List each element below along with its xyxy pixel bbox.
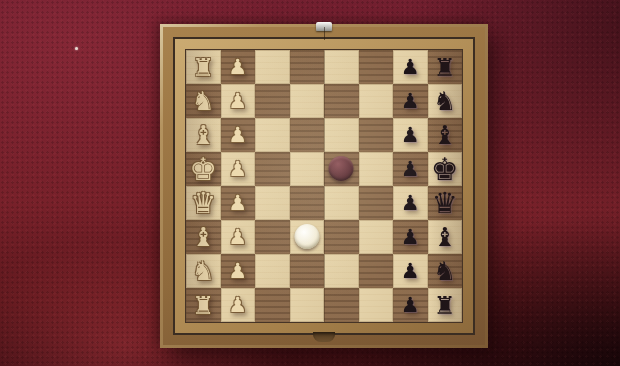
square-g7[interactable]: ♟	[393, 84, 428, 118]
white-rook-piece[interactable]: ♜	[192, 55, 214, 80]
black-pawn-piece[interactable]: ♟	[401, 91, 420, 112]
square-a3[interactable]	[255, 288, 290, 322]
black-pawn-piece[interactable]: ♟	[401, 193, 420, 214]
white-queen-piece[interactable]: ♛	[190, 189, 216, 218]
square-e7[interactable]: ♟	[393, 152, 428, 186]
black-pawn-piece[interactable]: ♟	[401, 125, 420, 146]
black-rook-piece[interactable]: ♜	[434, 55, 456, 80]
white-pawn-piece[interactable]: ♟	[228, 57, 247, 78]
black-pawn-piece[interactable]: ♟	[401, 295, 420, 316]
square-c7[interactable]: ♟	[393, 220, 428, 254]
square-e5[interactable]	[324, 152, 359, 186]
square-g2[interactable]: ♟	[221, 84, 256, 118]
square-g6[interactable]	[359, 84, 394, 118]
white-pawn-piece[interactable]: ♟	[228, 125, 247, 146]
square-b5[interactable]	[324, 254, 359, 288]
square-a6[interactable]	[359, 288, 394, 322]
square-h7[interactable]: ♟	[393, 50, 428, 84]
white-pawn-piece[interactable]: ♟	[228, 227, 247, 248]
square-e1[interactable]: ♚	[186, 152, 221, 186]
square-d6[interactable]	[359, 186, 394, 220]
square-b4[interactable]	[290, 254, 325, 288]
square-a7[interactable]: ♟	[393, 288, 428, 322]
square-c2[interactable]: ♟	[221, 220, 256, 254]
square-h6[interactable]	[359, 50, 394, 84]
square-c6[interactable]	[359, 220, 394, 254]
chess-board: ♜♟♟♜♞♟♟♞♝♟♟♝♚♟♟♚♛♟♟♛♝♟♟♝♞♟♟♞♜♟♟♜	[160, 24, 488, 348]
square-d1[interactable]: ♛	[186, 186, 221, 220]
white-pawn-piece[interactable]: ♟	[228, 91, 247, 112]
white-king-piece[interactable]: ♚	[189, 154, 217, 185]
white-knight-piece[interactable]: ♞	[192, 258, 215, 284]
square-f5[interactable]	[324, 118, 359, 152]
carpet-speck	[75, 47, 78, 50]
square-e2[interactable]: ♟	[221, 152, 256, 186]
square-a4[interactable]	[290, 288, 325, 322]
square-e3[interactable]	[255, 152, 290, 186]
square-b3[interactable]	[255, 254, 290, 288]
white-knight-piece[interactable]: ♞	[192, 88, 215, 114]
white-pawn-piece[interactable]: ♟	[228, 261, 247, 282]
square-g8[interactable]: ♞	[428, 84, 463, 118]
dark-draughts-disc[interactable]	[329, 156, 354, 181]
square-a1[interactable]: ♜	[186, 288, 221, 322]
square-d7[interactable]: ♟	[393, 186, 428, 220]
black-king-piece[interactable]: ♚	[431, 154, 459, 185]
square-f1[interactable]: ♝	[186, 118, 221, 152]
square-e8[interactable]: ♚	[428, 152, 463, 186]
white-bishop-piece[interactable]: ♝	[192, 224, 215, 250]
square-f8[interactable]: ♝	[428, 118, 463, 152]
square-d2[interactable]: ♟	[221, 186, 256, 220]
white-pawn-piece[interactable]: ♟	[228, 295, 247, 316]
white-rook-piece[interactable]: ♜	[192, 293, 214, 318]
black-bishop-piece[interactable]: ♝	[433, 122, 456, 148]
square-g1[interactable]: ♞	[186, 84, 221, 118]
white-pawn-piece[interactable]: ♟	[228, 193, 247, 214]
board-outer-bevel: ♜♟♟♜♞♟♟♞♝♟♟♝♚♟♟♚♛♟♟♛♝♟♟♝♞♟♟♞♜♟♟♜	[160, 24, 488, 348]
square-d4[interactable]	[290, 186, 325, 220]
square-c8[interactable]: ♝	[428, 220, 463, 254]
square-g4[interactable]	[290, 84, 325, 118]
square-f4[interactable]	[290, 118, 325, 152]
square-b6[interactable]	[359, 254, 394, 288]
white-bishop-piece[interactable]: ♝	[192, 122, 215, 148]
black-pawn-piece[interactable]: ♟	[401, 261, 420, 282]
board-frame-apron: ♜♟♟♜♞♟♟♞♝♟♟♝♚♟♟♚♛♟♟♛♝♟♟♝♞♟♟♞♜♟♟♜	[163, 27, 485, 345]
square-c1[interactable]: ♝	[186, 220, 221, 254]
square-a8[interactable]: ♜	[428, 288, 463, 322]
black-knight-piece[interactable]: ♞	[433, 88, 456, 114]
black-queen-piece[interactable]: ♛	[432, 189, 458, 218]
white-pawn-piece[interactable]: ♟	[228, 159, 247, 180]
black-bishop-piece[interactable]: ♝	[433, 224, 456, 250]
square-d8[interactable]: ♛	[428, 186, 463, 220]
square-a5[interactable]	[324, 288, 359, 322]
square-f2[interactable]: ♟	[221, 118, 256, 152]
square-h1[interactable]: ♜	[186, 50, 221, 84]
square-f7[interactable]: ♟	[393, 118, 428, 152]
square-b2[interactable]: ♟	[221, 254, 256, 288]
square-h5[interactable]	[324, 50, 359, 84]
square-h2[interactable]: ♟	[221, 50, 256, 84]
square-f3[interactable]	[255, 118, 290, 152]
square-c3[interactable]	[255, 220, 290, 254]
frame-inner-rim: ♜♟♟♜♞♟♟♞♝♟♟♝♚♟♟♚♛♟♟♛♝♟♟♝♞♟♟♞♜♟♟♜	[175, 39, 473, 333]
square-b7[interactable]: ♟	[393, 254, 428, 288]
square-h3[interactable]	[255, 50, 290, 84]
square-f6[interactable]	[359, 118, 394, 152]
photo-scene: ♜♟♟♜♞♟♟♞♝♟♟♝♚♟♟♚♛♟♟♛♝♟♟♝♞♟♟♞♜♟♟♜	[0, 0, 620, 366]
square-d5[interactable]	[324, 186, 359, 220]
square-d3[interactable]	[255, 186, 290, 220]
square-h8[interactable]: ♜	[428, 50, 463, 84]
board-grid: ♜♟♟♜♞♟♟♞♝♟♟♝♚♟♟♚♛♟♟♛♝♟♟♝♞♟♟♞♜♟♟♜	[186, 50, 462, 322]
fold-seam-top	[324, 27, 325, 40]
square-b8[interactable]: ♞	[428, 254, 463, 288]
black-pawn-piece[interactable]: ♟	[401, 227, 420, 248]
black-rook-piece[interactable]: ♜	[434, 293, 456, 318]
frame-inner-line: ♜♟♟♜♞♟♟♞♝♟♟♝♚♟♟♚♛♟♟♛♝♟♟♝♞♟♟♞♜♟♟♜	[185, 49, 463, 323]
square-c4[interactable]	[290, 220, 325, 254]
square-g3[interactable]	[255, 84, 290, 118]
finger-notch-bottom	[313, 332, 335, 342]
frame-groove: ♜♟♟♜♞♟♟♞♝♟♟♝♚♟♟♚♛♟♟♛♝♟♟♝♞♟♟♞♜♟♟♜	[173, 37, 475, 335]
square-c5[interactable]	[324, 220, 359, 254]
black-knight-piece[interactable]: ♞	[433, 258, 456, 284]
black-pawn-piece[interactable]: ♟	[401, 159, 420, 180]
square-e4[interactable]	[290, 152, 325, 186]
light-draughts-disc[interactable]	[294, 224, 319, 249]
square-e6[interactable]	[359, 152, 394, 186]
square-a2[interactable]: ♟	[221, 288, 256, 322]
black-pawn-piece[interactable]: ♟	[401, 57, 420, 78]
square-b1[interactable]: ♞	[186, 254, 221, 288]
square-g5[interactable]	[324, 84, 359, 118]
square-h4[interactable]	[290, 50, 325, 84]
